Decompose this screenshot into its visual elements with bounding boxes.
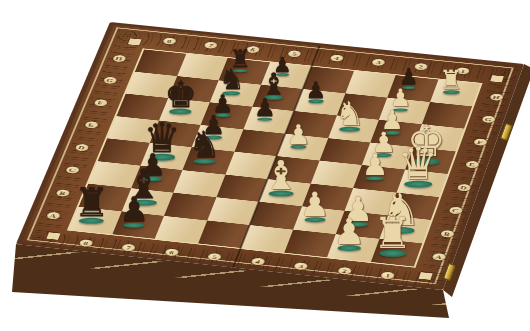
product-photo-stage: 88HH77GG66FF55EE44DD33CC22BB11AA ♚♛♜♜♞♞♝… [0, 0, 530, 331]
frame-corner-inlay [417, 272, 433, 281]
frame-corner-inlay [127, 38, 143, 46]
frame-corner-inlay [489, 75, 505, 83]
square-a1 [370, 239, 422, 267]
chess-board: 88HH77GG66FF55EE44DD33CC22BB11AA [16, 22, 524, 290]
